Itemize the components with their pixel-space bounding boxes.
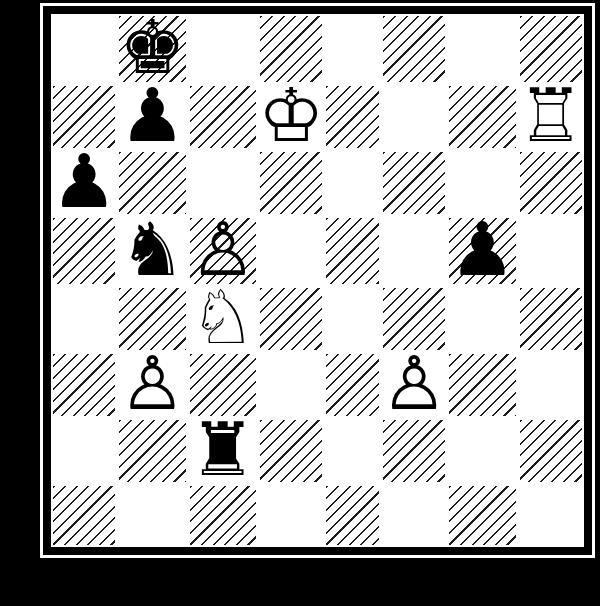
square-g7[interactable] [447, 84, 517, 150]
square-h5[interactable] [518, 216, 584, 286]
square-g4[interactable] [447, 286, 517, 352]
square-b7[interactable]: ♟ [117, 84, 187, 150]
square-f3[interactable]: ♙ [381, 352, 447, 418]
black-pawn[interactable]: ♟ [119, 82, 185, 148]
square-c7[interactable] [188, 84, 258, 150]
square-c4[interactable]: ♘ [188, 286, 258, 352]
square-e2[interactable] [324, 418, 381, 484]
square-f2[interactable] [381, 418, 447, 484]
chess-board-frame: ♚♟♔♖♟♞♙♟♘♙♙♜ [43, 6, 592, 555]
square-c1[interactable] [188, 484, 258, 547]
square-f5[interactable] [381, 216, 447, 286]
white-pawn[interactable]: ♙ [381, 350, 447, 416]
square-c8[interactable] [188, 14, 258, 84]
square-d4[interactable] [258, 286, 324, 352]
square-d2[interactable] [258, 418, 324, 484]
square-g8[interactable] [447, 14, 517, 84]
square-d5[interactable] [258, 216, 324, 286]
square-e4[interactable] [324, 286, 381, 352]
square-d1[interactable] [258, 484, 324, 547]
square-g3[interactable] [447, 352, 517, 418]
chess-board: ♚♟♔♖♟♞♙♟♘♙♙♜ [51, 14, 584, 547]
square-g2[interactable] [447, 418, 517, 484]
square-b1[interactable] [117, 484, 187, 547]
square-h4[interactable] [518, 286, 584, 352]
square-e6[interactable] [324, 150, 381, 216]
square-h1[interactable] [518, 484, 584, 547]
square-f6[interactable] [381, 150, 447, 216]
square-e7[interactable] [324, 84, 381, 150]
white-pawn[interactable]: ♙ [190, 216, 256, 282]
white-king[interactable]: ♔ [258, 82, 324, 148]
square-h6[interactable] [518, 150, 584, 216]
square-a5[interactable] [51, 216, 117, 286]
black-pawn[interactable]: ♟ [51, 148, 117, 214]
square-d6[interactable] [258, 150, 324, 216]
square-g1[interactable] [447, 484, 517, 547]
square-e5[interactable] [324, 216, 381, 286]
square-d3[interactable] [258, 352, 324, 418]
square-a6[interactable]: ♟ [51, 150, 117, 216]
black-pawn[interactable]: ♟ [449, 216, 515, 282]
square-b3[interactable]: ♙ [117, 352, 187, 418]
square-b5[interactable]: ♞ [117, 216, 187, 286]
chess-board-outer-frame: ♚♟♔♖♟♞♙♟♘♙♙♜ [40, 3, 595, 558]
white-pawn[interactable]: ♙ [119, 350, 185, 416]
square-b2[interactable] [117, 418, 187, 484]
square-a4[interactable] [51, 286, 117, 352]
square-a1[interactable] [51, 484, 117, 547]
square-a8[interactable] [51, 14, 117, 84]
black-king[interactable]: ♚ [119, 14, 185, 80]
square-f7[interactable] [381, 84, 447, 150]
black-rook[interactable]: ♜ [190, 416, 256, 482]
white-knight[interactable]: ♘ [190, 284, 256, 350]
square-h7[interactable]: ♖ [518, 84, 584, 150]
square-e3[interactable] [324, 352, 381, 418]
square-c2[interactable]: ♜ [188, 418, 258, 484]
square-h2[interactable] [518, 418, 584, 484]
square-f1[interactable] [381, 484, 447, 547]
black-knight[interactable]: ♞ [119, 216, 185, 282]
square-h3[interactable] [518, 352, 584, 418]
square-d7[interactable]: ♔ [258, 84, 324, 150]
square-a3[interactable] [51, 352, 117, 418]
square-g5[interactable]: ♟ [447, 216, 517, 286]
square-a2[interactable] [51, 418, 117, 484]
square-f8[interactable] [381, 14, 447, 84]
square-e8[interactable] [324, 14, 381, 84]
page-background: ♚♟♔♖♟♞♙♟♘♙♙♜ [0, 0, 600, 606]
white-rook[interactable]: ♖ [518, 82, 584, 148]
square-e1[interactable] [324, 484, 381, 547]
